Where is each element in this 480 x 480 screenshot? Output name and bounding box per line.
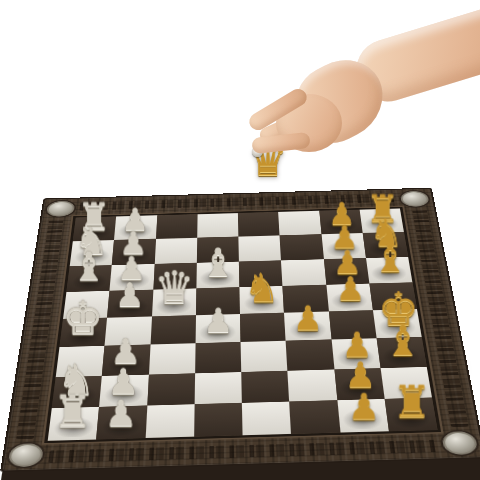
square-e4[interactable]: ♟: [195, 314, 240, 343]
square-h5[interactable]: [242, 401, 291, 435]
scene: ♜♟♟♜♞♟♟♞♝♟♝♟♝♟♛♞♟♚♟♟♚♟♟♝♞♟♟♜♟♟♜: [0, 0, 480, 480]
square-g5[interactable]: [241, 370, 289, 402]
square-f5[interactable]: [241, 341, 288, 372]
gold-rook-h8[interactable]: ♜: [361, 379, 462, 423]
carved-board-frame: ♜♟♟♜♞♟♟♞♝♟♝♟♝♟♛♞♟♚♟♟♚♟♟♝♞♟♟♜♟♟♜: [0, 188, 480, 473]
square-h2[interactable]: ♟: [96, 405, 146, 439]
product-photo: ♜♟♟♜♞♟♟♞♝♟♝♟♝♟♛♞♟♚♟♟♚♟♟♝♞♟♟♜♟♟♜ ♛: [0, 0, 480, 480]
held-piece-gold-queen[interactable]: ♛: [238, 138, 298, 182]
chess-board: ♜♟♟♜♞♟♟♞♝♟♝♟♝♟♛♞♟♚♟♟♚♟♟♝♞♟♟♜♟♟♜: [0, 188, 480, 473]
silver-pawn-e4[interactable]: ♟: [171, 303, 265, 337]
square-a5[interactable]: [238, 212, 280, 237]
queen-shield-icon: [252, 146, 263, 157]
corner-medallion: [439, 430, 480, 457]
square-h4[interactable]: [194, 403, 243, 437]
carved-frieze-near: [48, 440, 438, 463]
corner-medallion: [5, 442, 47, 469]
square-h8[interactable]: ♜: [384, 397, 437, 431]
square-f4[interactable]: [195, 342, 241, 373]
square-a4[interactable]: [197, 213, 238, 238]
square-g4[interactable]: [194, 372, 242, 404]
silver-pawn-h2[interactable]: ♟: [71, 395, 172, 431]
held-piece-glyph: ♛: [248, 134, 287, 185]
board-grid: ♜♟♟♜♞♟♟♞♝♟♝♟♝♟♛♞♟♚♟♟♚♟♟♝♞♟♟♜♟♟♜: [44, 207, 441, 443]
